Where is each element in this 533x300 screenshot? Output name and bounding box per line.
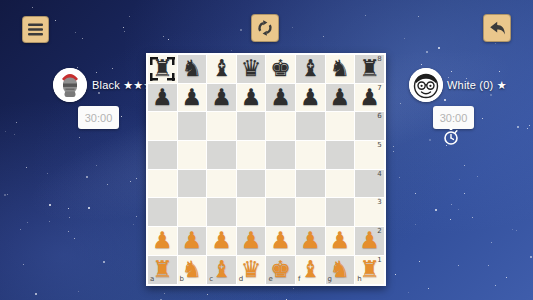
square-g2[interactable]: ♟ [326,227,355,255]
file-label-f: f [298,276,300,283]
file-label-a: a [150,276,154,283]
square-c5[interactable] [207,141,236,169]
square-b7[interactable]: ♟ [178,84,207,112]
black-piece-p: ♟ [182,86,203,109]
rank-label-4: 4 [377,171,381,178]
square-b5[interactable] [178,141,207,169]
square-a4[interactable] [148,170,177,198]
square-d2[interactable]: ♟ [237,227,266,255]
square-g8[interactable]: ♞ [326,55,355,83]
square-e1[interactable]: ♚e [266,256,295,284]
undo-button[interactable] [483,14,511,42]
square-d7[interactable]: ♟ [237,84,266,112]
square-a3[interactable] [148,198,177,226]
square-g1[interactable]: ♞g [326,256,355,284]
square-b8[interactable]: ♞ [178,55,207,83]
black-piece-p: ♟ [330,86,351,109]
black-piece-p: ♟ [270,86,291,109]
square-d5[interactable] [237,141,266,169]
square-f2[interactable]: ♟ [296,227,325,255]
file-label-b: b [180,276,184,283]
black-piece-n: ♞ [330,57,351,80]
square-h8[interactable]: ♜8 [355,55,384,83]
square-e8[interactable]: ♚ [266,55,295,83]
white-piece-p: ♟ [152,229,173,252]
square-b6[interactable] [178,112,207,140]
rank-label-2: 2 [377,228,381,235]
black-clock: 30:00 [78,106,119,129]
square-c3[interactable] [207,198,236,226]
boy-face-avatar-icon [409,68,443,102]
square-d3[interactable] [237,198,266,226]
file-label-d: d [239,276,243,283]
undo-icon [489,21,506,36]
square-f4[interactable] [296,170,325,198]
square-c8[interactable]: ♝ [207,55,236,83]
square-g4[interactable] [326,170,355,198]
black-piece-q: ♛ [241,57,262,80]
black-piece-r: ♜ [359,57,380,80]
black-piece-r: ♜ [152,57,173,80]
white-piece-n: ♞ [330,258,351,281]
square-b4[interactable] [178,170,207,198]
square-e5[interactable] [266,141,295,169]
white-piece-p: ♟ [300,229,321,252]
white-piece-r: ♜ [152,258,173,281]
square-d1[interactable]: ♛d [237,256,266,284]
square-b3[interactable] [178,198,207,226]
square-a7[interactable]: ♟ [148,84,177,112]
square-h3[interactable]: 3 [355,198,384,226]
square-c4[interactable] [207,170,236,198]
white-piece-k: ♚ [270,258,291,281]
app-window: Black ★★★ 30:00 White (0) ★ 30:00 [0,0,533,300]
square-f8[interactable]: ♝ [296,55,325,83]
refresh-button[interactable] [251,14,279,42]
square-f3[interactable] [296,198,325,226]
refresh-icon [256,19,274,37]
white-clock: 30:00 [433,106,474,129]
selected-square-marker [150,57,175,81]
hamburger-icon [28,23,43,36]
white-piece-p: ♟ [241,229,262,252]
square-g7[interactable]: ♟ [326,84,355,112]
square-g6[interactable] [326,112,355,140]
black-piece-p: ♟ [359,86,380,109]
square-c2[interactable]: ♟ [207,227,236,255]
square-d6[interactable] [237,112,266,140]
white-clock-time: 30:00 [440,112,468,124]
square-f1[interactable]: ♝f [296,256,325,284]
square-e6[interactable] [266,112,295,140]
square-e3[interactable] [266,198,295,226]
square-e7[interactable]: ♟ [266,84,295,112]
rank-label-1: 1 [377,257,381,264]
rank-label-3: 3 [377,199,381,206]
square-h5[interactable]: 5 [355,141,384,169]
white-player-avatar [409,68,443,102]
square-a1[interactable]: ♜a [148,256,177,284]
white-piece-p: ♟ [182,229,203,252]
black-piece-n: ♞ [182,57,203,80]
square-d8[interactable]: ♛ [237,55,266,83]
square-h7[interactable]: ♟7 [355,84,384,112]
square-b1[interactable]: ♞b [178,256,207,284]
square-h4[interactable]: 4 [355,170,384,198]
square-c1[interactable]: ♝c [207,256,236,284]
black-piece-p: ♟ [241,86,262,109]
square-a2[interactable]: ♟ [148,227,177,255]
knight-helmet-avatar-icon [53,68,87,102]
square-h1[interactable]: ♜1h [355,256,384,284]
square-a8[interactable]: ♜ [148,55,177,83]
square-g5[interactable] [326,141,355,169]
square-a6[interactable] [148,112,177,140]
white-piece-p: ♟ [359,229,380,252]
rank-label-5: 5 [377,142,381,149]
file-label-g: g [328,276,332,283]
square-f7[interactable]: ♟ [296,84,325,112]
rank-label-6: 6 [377,113,381,120]
white-piece-q: ♛ [241,258,262,281]
black-clock-time: 30:00 [85,112,113,124]
white-piece-p: ♟ [270,229,291,252]
black-player-avatar [53,68,87,102]
square-e2[interactable]: ♟ [266,227,295,255]
square-h2[interactable]: ♟2 [355,227,384,255]
square-b2[interactable]: ♟ [178,227,207,255]
square-e4[interactable] [266,170,295,198]
square-g3[interactable] [326,198,355,226]
white-piece-p: ♟ [211,229,232,252]
black-piece-p: ♟ [211,86,232,109]
black-piece-p: ♟ [300,86,321,109]
black-piece-p: ♟ [152,86,173,109]
file-label-h: h [357,276,361,283]
menu-button[interactable] [22,16,49,43]
square-c6[interactable] [207,112,236,140]
file-label-e: e [268,276,272,283]
black-piece-k: ♚ [270,57,291,80]
chess-board: ♜♞♝♛♚♝♞♜8♟♟♟♟♟♟♟♟76543♟♟♟♟♟♟♟♟2♜a♞b♝c♛d♚… [146,53,386,286]
white-piece-n: ♞ [182,258,203,281]
white-piece-p: ♟ [330,229,351,252]
square-h6[interactable]: 6 [355,112,384,140]
square-a5[interactable] [148,141,177,169]
black-player-name: Black ★★★ [92,79,153,92]
black-piece-b: ♝ [300,57,321,80]
square-f6[interactable] [296,112,325,140]
file-label-c: c [209,276,213,283]
white-piece-b: ♝ [300,258,321,281]
black-piece-b: ♝ [211,57,232,80]
white-piece-b: ♝ [211,258,232,281]
square-f5[interactable] [296,141,325,169]
rank-label-8: 8 [377,56,381,63]
white-piece-r: ♜ [359,258,380,281]
white-player-name: White (0) ★ [447,79,507,92]
stopwatch-icon [443,127,459,146]
square-d4[interactable] [237,170,266,198]
rank-label-7: 7 [377,85,381,92]
square-c7[interactable]: ♟ [207,84,236,112]
